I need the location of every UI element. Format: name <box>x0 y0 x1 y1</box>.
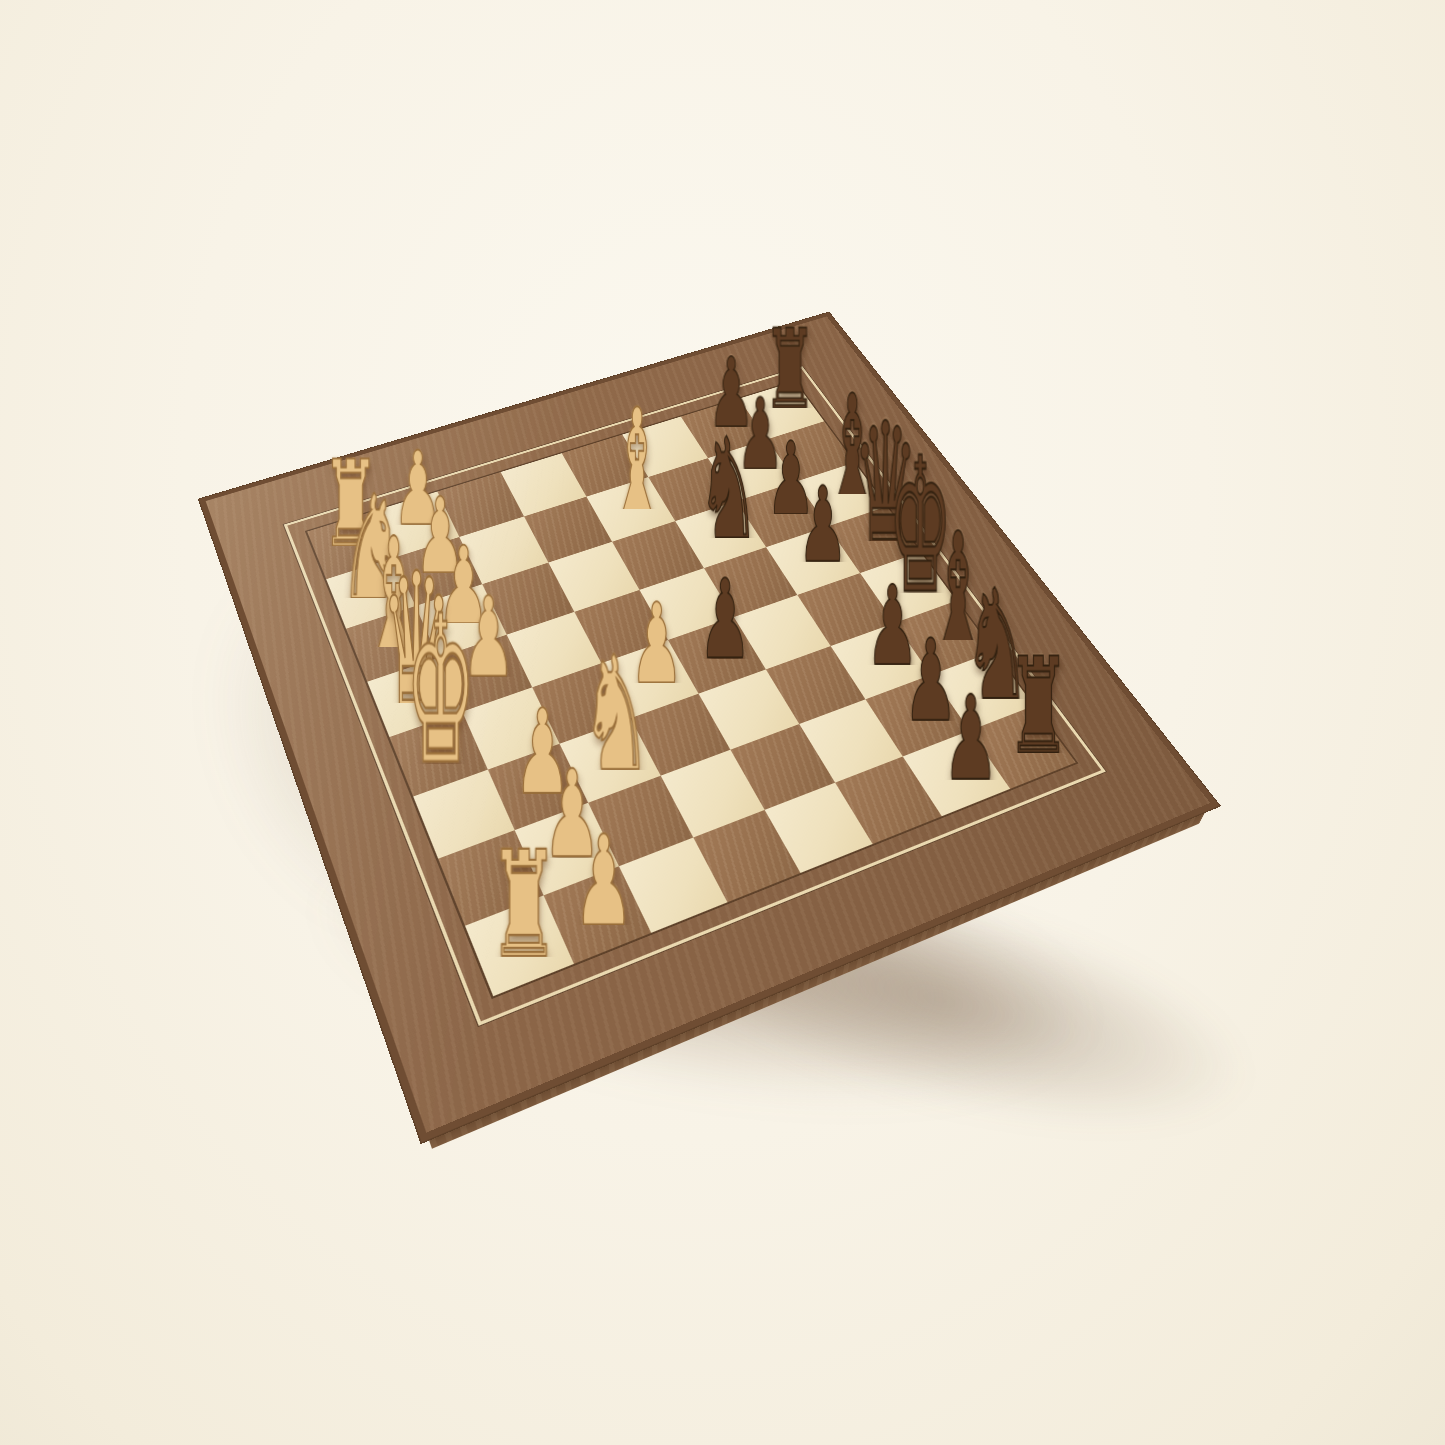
black-rook-glyph: ♜ <box>763 316 816 426</box>
piece-white-bishop-b5: ♝ <box>595 378 679 508</box>
white-bishop-glyph: ♝ <box>610 390 664 533</box>
piece-black-bishop-c8: ♝ <box>810 364 893 493</box>
piece-black-pawn-f7: ♟ <box>847 562 938 663</box>
piece-black-knight-c6: ♞ <box>686 411 771 534</box>
white-knight-glyph: ♞ <box>581 635 652 793</box>
black-bishop-glyph: ♝ <box>929 512 987 666</box>
black-pawn-glyph: ♟ <box>766 429 815 530</box>
black-pawn-glyph: ♟ <box>798 474 849 578</box>
black-pawn-glyph: ♟ <box>736 386 784 485</box>
piece-black-bishop-f8: ♝ <box>913 499 1003 639</box>
piece-white-pawn-a2: ♟ <box>376 430 460 524</box>
product-photo-scene: ♜♟♟♝♟♛♝♞♟♚♝♟♟♞♜♟♟♟♜♞♟♟♟♝♟♛♞♚♟♟♟♜ <box>0 0 1445 1445</box>
piece-white-rook-a1: ♜ <box>308 436 393 545</box>
chessboard: ♜♟♟♝♟♛♝♞♟♚♝♟♟♞♜♟♟♟♜♞♟♟♟♝♟♛♞♚♟♟♟♜ <box>199 312 1220 1142</box>
piece-white-pawn-g2: ♟ <box>522 744 622 855</box>
black-pawn-glyph: ♟ <box>699 566 752 675</box>
black-king-glyph: ♚ <box>888 434 952 621</box>
piece-black-king-e8: ♚ <box>877 423 965 588</box>
black-knight-glyph: ♞ <box>963 568 1031 720</box>
piece-black-rook-h8: ♜ <box>991 630 1086 752</box>
piece-black-pawn-a7: ♟ <box>692 337 772 426</box>
piece-black-knight-g8: ♞ <box>951 560 1044 694</box>
piece-white-pawn-e4: ♟ <box>611 579 703 681</box>
piece-white-knight-b1: ♞ <box>328 467 416 594</box>
white-rook-glyph: ♜ <box>322 445 380 564</box>
piece-black-rook-a8: ♜ <box>751 307 830 408</box>
white-pawn-glyph: ♟ <box>393 439 443 541</box>
page-background: { "game": "chess", "scene": { "descripti… <box>0 0 1445 1445</box>
pieces-layer: ♜♟♟♝♟♛♝♞♟♚♝♟♟♞♜♟♟♟♜♞♟♟♟♝♟♛♞♚♟♟♟♜ <box>206 316 1210 1132</box>
